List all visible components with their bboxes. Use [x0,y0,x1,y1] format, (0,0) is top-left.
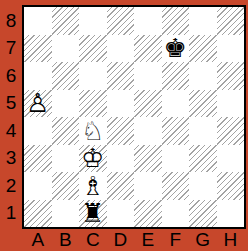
piece-black-rook: ♜ [79,200,107,228]
square-b3[interactable] [52,145,80,173]
square-f1[interactable] [162,200,190,228]
file-label-E: E [134,229,162,251]
square-b7[interactable] [52,35,80,63]
square-h5[interactable] [217,90,245,118]
square-c1[interactable]: ♜ [79,200,107,228]
square-c6[interactable] [79,62,107,90]
square-d7[interactable] [107,35,135,63]
square-h4[interactable] [217,117,245,145]
square-e3[interactable] [134,145,162,173]
square-a1[interactable] [24,200,52,228]
chess-diagram: 87654321 ♚♟♙♞♘♚♔♝♗♜ ABCDEFGH [0,0,248,251]
square-e1[interactable] [134,200,162,228]
square-f8[interactable] [162,7,190,35]
file-label-H: H [217,229,245,251]
piece-white-knight: ♘ [79,117,107,145]
file-label-C: C [79,229,107,251]
square-e8[interactable] [134,7,162,35]
square-a8[interactable] [24,7,52,35]
square-a3[interactable] [24,145,52,173]
square-d3[interactable] [107,145,135,173]
piece-black-king: ♚ [162,35,190,63]
square-g6[interactable] [189,62,217,90]
rank-label-7: 7 [0,35,22,63]
square-f2[interactable] [162,172,190,200]
square-b8[interactable] [52,7,80,35]
square-g4[interactable] [189,117,217,145]
square-f5[interactable] [162,90,190,118]
file-label-D: D [107,229,135,251]
square-b4[interactable] [52,117,80,145]
square-b6[interactable] [52,62,80,90]
piece-fill-white-pawn: ♟ [24,90,52,118]
file-label-F: F [162,229,190,251]
square-b1[interactable] [52,200,80,228]
rank-label-4: 4 [0,117,22,145]
rank-label-6: 6 [0,62,22,90]
square-b2[interactable] [52,172,80,200]
square-c5[interactable] [79,90,107,118]
rank-label-3: 3 [0,145,22,173]
square-g7[interactable] [189,35,217,63]
square-d1[interactable] [107,200,135,228]
piece-fill-white-bishop: ♝ [79,172,107,200]
square-h8[interactable] [217,7,245,35]
square-c2[interactable]: ♝♗ [79,172,107,200]
file-label-A: A [24,229,52,251]
file-label-G: G [189,229,217,251]
square-e6[interactable] [134,62,162,90]
square-c8[interactable] [79,7,107,35]
chess-board: ♚♟♙♞♘♚♔♝♗♜ [22,5,246,229]
square-g1[interactable] [189,200,217,228]
square-h6[interactable] [217,62,245,90]
square-c4[interactable]: ♞♘ [79,117,107,145]
square-e2[interactable] [134,172,162,200]
square-e7[interactable] [134,35,162,63]
piece-fill-white-king: ♚ [79,145,107,173]
square-f3[interactable] [162,145,190,173]
square-h7[interactable] [217,35,245,63]
square-g8[interactable] [189,7,217,35]
square-f4[interactable] [162,117,190,145]
square-g2[interactable] [189,172,217,200]
square-a6[interactable] [24,62,52,90]
square-d2[interactable] [107,172,135,200]
square-h2[interactable] [217,172,245,200]
square-a7[interactable] [24,35,52,63]
square-b5[interactable] [52,90,80,118]
piece-white-bishop: ♗ [79,172,107,200]
square-h1[interactable] [217,200,245,228]
square-f6[interactable] [162,62,190,90]
piece-white-king: ♔ [79,145,107,173]
square-g3[interactable] [189,145,217,173]
square-d5[interactable] [107,90,135,118]
piece-white-pawn: ♙ [24,90,52,118]
square-d6[interactable] [107,62,135,90]
file-labels: ABCDEFGH [24,229,244,251]
file-label-B: B [52,229,80,251]
rank-label-1: 1 [0,200,22,228]
square-h3[interactable] [217,145,245,173]
square-c7[interactable] [79,35,107,63]
rank-labels: 87654321 [0,7,22,227]
square-c3[interactable]: ♚♔ [79,145,107,173]
square-a5[interactable]: ♟♙ [24,90,52,118]
square-f7[interactable]: ♚ [162,35,190,63]
rank-label-2: 2 [0,172,22,200]
square-a4[interactable] [24,117,52,145]
piece-fill-white-knight: ♞ [79,117,107,145]
square-a2[interactable] [24,172,52,200]
square-d8[interactable] [107,7,135,35]
square-g5[interactable] [189,90,217,118]
rank-label-8: 8 [0,7,22,35]
rank-label-5: 5 [0,90,22,118]
square-d4[interactable] [107,117,135,145]
square-e4[interactable] [134,117,162,145]
square-e5[interactable] [134,90,162,118]
